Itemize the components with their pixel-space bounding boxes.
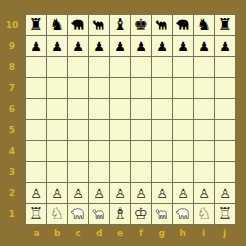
square-i7[interactable] [194,78,214,98]
rank-label-9: 9 [0,36,24,57]
square-b5[interactable] [47,120,67,140]
black-knight[interactable]: ♞ [50,17,64,33]
square-d4[interactable] [89,141,109,161]
white-elephant[interactable] [175,206,191,222]
square-g10[interactable] [152,15,172,35]
white-pawn[interactable]: ♙ [156,187,168,200]
black-rook[interactable]: ♜ [29,17,43,33]
file-label-d: d [89,228,110,238]
square-c8[interactable] [68,57,88,77]
square-j10[interactable]: ♜ [215,15,235,35]
rank-label-6: 6 [0,99,24,120]
square-g3[interactable] [152,162,172,182]
square-f10[interactable]: ♚ [131,15,151,35]
square-e6[interactable] [110,99,130,119]
camel-icon [154,17,170,33]
square-d5[interactable] [89,120,109,140]
white-camel[interactable] [91,206,107,222]
square-a3[interactable] [26,162,46,182]
square-i8[interactable] [194,57,214,77]
file-label-e: e [110,228,131,238]
square-j5[interactable] [215,120,235,140]
black-camel[interactable] [154,17,170,33]
square-e9[interactable]: ♟ [110,36,130,56]
square-c2[interactable]: ♙ [68,183,88,203]
square-d6[interactable] [89,99,109,119]
square-b3[interactable] [47,162,67,182]
square-d1[interactable] [89,204,109,224]
camel-icon [91,206,107,222]
square-h1[interactable] [173,204,193,224]
black-king[interactable]: ♚ [134,17,148,33]
camel-icon [91,17,107,33]
white-king[interactable]: ♔ [134,206,148,222]
square-a7[interactable] [26,78,46,98]
file-label-a: a [26,228,47,238]
square-c5[interactable] [68,120,88,140]
square-b8[interactable] [47,57,67,77]
square-e1[interactable]: ♗ [110,204,130,224]
white-pawn[interactable]: ♙ [72,187,84,200]
file-label-j: j [214,228,235,238]
square-j3[interactable] [215,162,235,182]
black-pawn[interactable]: ♟ [177,40,189,53]
square-d3[interactable] [89,162,109,182]
rank-label-2: 2 [0,182,24,203]
white-rook[interactable]: ♖ [29,206,43,222]
white-pawn[interactable]: ♙ [93,187,105,200]
square-h7[interactable] [173,78,193,98]
elephant-icon [70,206,86,222]
square-j2[interactable]: ♙ [215,183,235,203]
square-j6[interactable] [215,99,235,119]
square-g5[interactable] [152,120,172,140]
square-i10[interactable]: ♞ [194,15,214,35]
black-bishop[interactable]: ♝ [113,17,127,33]
square-i2[interactable]: ♙ [194,183,214,203]
square-i6[interactable] [194,99,214,119]
white-pawn[interactable]: ♙ [30,187,42,200]
square-i3[interactable] [194,162,214,182]
square-f3[interactable] [131,162,151,182]
square-g2[interactable]: ♙ [152,183,172,203]
square-h5[interactable] [173,120,193,140]
black-pawn[interactable]: ♟ [114,40,126,53]
square-i4[interactable] [194,141,214,161]
square-f7[interactable] [131,78,151,98]
square-f8[interactable] [131,57,151,77]
white-pawn[interactable]: ♙ [198,187,210,200]
square-b7[interactable] [47,78,67,98]
square-h8[interactable] [173,57,193,77]
white-pawn[interactable]: ♙ [114,187,126,200]
square-c3[interactable] [68,162,88,182]
white-pawn[interactable]: ♙ [219,187,231,200]
square-c4[interactable] [68,141,88,161]
square-h6[interactable] [173,99,193,119]
white-bishop[interactable]: ♗ [113,206,127,222]
square-a6[interactable] [26,99,46,119]
square-e3[interactable] [110,162,130,182]
square-c7[interactable] [68,78,88,98]
square-j1[interactable]: ♖ [215,204,235,224]
square-j9[interactable]: ♟ [215,36,235,56]
white-pawn[interactable]: ♙ [177,187,189,200]
square-f4[interactable] [131,141,151,161]
white-rook[interactable]: ♖ [218,206,232,222]
file-label-c: c [68,228,89,238]
square-g7[interactable] [152,78,172,98]
square-d10[interactable] [89,15,109,35]
square-f5[interactable] [131,120,151,140]
square-a1[interactable]: ♖ [26,204,46,224]
square-b2[interactable]: ♙ [47,183,67,203]
square-h4[interactable] [173,141,193,161]
square-e2[interactable]: ♙ [110,183,130,203]
rank-label-10: 10 [0,15,24,36]
square-f6[interactable] [131,99,151,119]
white-knight[interactable]: ♘ [197,206,211,222]
square-d7[interactable] [89,78,109,98]
white-elephant[interactable] [70,206,86,222]
game-board: ♜♞♝♚♞♜♟♟♟♟♟♟♟♟♟♟♙♙♙♙♙♙♙♙♙♙♖♘♗♔♘♖ [25,14,236,225]
square-e7[interactable] [110,78,130,98]
elephant-icon [175,206,191,222]
white-camel[interactable] [154,206,170,222]
black-pawn[interactable]: ♟ [72,40,84,53]
black-pawn[interactable]: ♟ [30,40,42,53]
square-e10[interactable]: ♝ [110,15,130,35]
white-knight[interactable]: ♘ [50,206,64,222]
rank-label-3: 3 [0,161,24,182]
board-frame: 10987654321 ♜♞♝♚♞♜♟♟♟♟♟♟♟♟♟♟♙♙♙♙♙♙♙♙♙♙♖♘… [0,0,246,246]
square-e8[interactable] [110,57,130,77]
square-b6[interactable] [47,99,67,119]
rank-label-8: 8 [0,57,24,78]
elephant-icon [175,17,191,33]
file-labels: abcdefghij [26,228,235,238]
square-e4[interactable] [110,141,130,161]
file-label-i: i [193,228,214,238]
square-b4[interactable] [47,141,67,161]
black-pawn[interactable]: ♟ [51,40,63,53]
black-pawn[interactable]: ♟ [93,40,105,53]
square-a4[interactable] [26,141,46,161]
square-a8[interactable] [26,57,46,77]
square-a9[interactable]: ♟ [26,36,46,56]
square-d2[interactable]: ♙ [89,183,109,203]
square-b9[interactable]: ♟ [47,36,67,56]
rank-label-4: 4 [0,140,24,161]
square-i9[interactable]: ♟ [194,36,214,56]
square-b10[interactable]: ♞ [47,15,67,35]
square-f1[interactable]: ♔ [131,204,151,224]
square-f2[interactable]: ♙ [131,183,151,203]
square-c6[interactable] [68,99,88,119]
white-pawn[interactable]: ♙ [51,187,63,200]
square-a2[interactable]: ♙ [26,183,46,203]
square-g6[interactable] [152,99,172,119]
square-d8[interactable] [89,57,109,77]
square-c9[interactable]: ♟ [68,36,88,56]
square-i1[interactable]: ♘ [194,204,214,224]
black-knight[interactable]: ♞ [197,17,211,33]
black-elephant[interactable] [70,17,86,33]
file-label-h: h [172,228,193,238]
square-b1[interactable]: ♘ [47,204,67,224]
square-c1[interactable] [68,204,88,224]
square-g1[interactable] [152,204,172,224]
rank-label-1: 1 [0,203,24,224]
square-h10[interactable] [173,15,193,35]
rank-label-5: 5 [0,119,24,140]
square-j4[interactable] [215,141,235,161]
black-pawn[interactable]: ♟ [135,40,147,53]
black-pawn[interactable]: ♟ [219,40,231,53]
square-h3[interactable] [173,162,193,182]
black-elephant[interactable] [175,17,191,33]
camel-icon [154,206,170,222]
black-rook[interactable]: ♜ [218,17,232,33]
square-g9[interactable]: ♟ [152,36,172,56]
white-pawn[interactable]: ♙ [135,187,147,200]
square-a5[interactable] [26,120,46,140]
square-h2[interactable]: ♙ [173,183,193,203]
black-camel[interactable] [91,17,107,33]
square-c10[interactable] [68,15,88,35]
file-label-f: f [130,228,151,238]
black-pawn[interactable]: ♟ [198,40,210,53]
square-d9[interactable]: ♟ [89,36,109,56]
rank-label-7: 7 [0,78,24,99]
square-j8[interactable] [215,57,235,77]
elephant-icon [70,17,86,33]
square-g4[interactable] [152,141,172,161]
square-j7[interactable] [215,78,235,98]
square-f9[interactable]: ♟ [131,36,151,56]
square-i5[interactable] [194,120,214,140]
square-h9[interactable]: ♟ [173,36,193,56]
black-pawn[interactable]: ♟ [156,40,168,53]
file-label-b: b [47,228,68,238]
square-a10[interactable]: ♜ [26,15,46,35]
square-g8[interactable] [152,57,172,77]
rank-labels: 10987654321 [0,15,24,224]
square-e5[interactable] [110,120,130,140]
file-label-g: g [151,228,172,238]
